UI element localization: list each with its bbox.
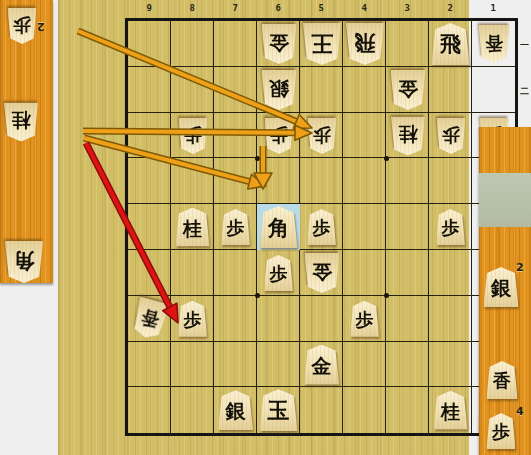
piece-sente-歩-66[interactable]: 歩	[264, 255, 293, 291]
piece-face: 金	[304, 253, 339, 293]
piece-face: 歩	[264, 255, 293, 291]
piece-face: 歩	[436, 209, 465, 245]
piece-gote-金-56[interactable]: 金	[304, 253, 339, 293]
square-99[interactable]	[128, 387, 171, 433]
piece-gote-金-61[interactable]: 金	[261, 24, 296, 64]
opponent-panel	[479, 173, 531, 227]
rank-label-1: 一	[520, 39, 529, 52]
square-37[interactable]	[386, 296, 429, 342]
piece-face: 玉	[260, 389, 298, 431]
piece-gote-hand-角[interactable]: 角	[5, 241, 43, 283]
star-point-2	[384, 156, 389, 161]
square-26[interactable]	[429, 250, 472, 296]
piece-kanji: 金	[312, 262, 332, 282]
file-label-7: 7	[233, 3, 238, 13]
square-59[interactable]	[300, 387, 343, 433]
file-label-4: 4	[362, 3, 367, 13]
square-91[interactable]	[128, 21, 171, 67]
piece-kanji: 歩	[492, 423, 510, 441]
square-28[interactable]	[429, 342, 472, 388]
piece-kanji: 玉	[268, 401, 290, 423]
piece-kanji: 王	[311, 32, 333, 54]
piece-kanji: 歩	[184, 311, 202, 329]
square-77[interactable]	[214, 296, 257, 342]
piece-face: 金	[261, 24, 296, 64]
star-point-3	[255, 293, 260, 298]
piece-kanji: 金	[312, 356, 332, 376]
piece-kanji: 銀	[491, 278, 511, 298]
square-88[interactable]	[171, 342, 214, 388]
piece-kanji: 歩	[442, 125, 460, 143]
piece-face: 歩	[307, 209, 336, 245]
piece-kanji: 歩	[270, 125, 288, 143]
piece-face: 銀	[261, 70, 296, 110]
piece-face: 桂	[176, 208, 210, 247]
piece-kanji: 歩	[313, 219, 331, 237]
piece-gote-歩-23[interactable]: 歩	[436, 118, 465, 154]
square-22[interactable]	[429, 67, 472, 113]
shogi-board-background: 987654321一二三四五六七八九金王飛香銀金歩歩歩桂歩歩金香飛桂歩角歩歩歩歩…	[58, 0, 469, 455]
piece-gote-金-32[interactable]: 金	[390, 70, 425, 110]
piece-face: 香	[487, 361, 518, 399]
square-54[interactable]	[300, 158, 343, 204]
piece-face: 桂	[4, 103, 38, 142]
piece-sente-飛-21[interactable]: 飛	[432, 23, 470, 65]
square-44[interactable]	[343, 158, 386, 204]
piece-sente-hand-歩[interactable]: 歩	[487, 413, 516, 449]
piece-sente-hand-香[interactable]: 香	[487, 361, 518, 399]
square-48[interactable]	[343, 342, 386, 388]
piece-sente-歩-55[interactable]: 歩	[307, 209, 336, 245]
piece-kanji: 歩	[356, 311, 374, 329]
file-label-2: 2	[448, 3, 453, 13]
piece-kanji: 香	[485, 34, 503, 52]
file-label-1: 1	[491, 3, 496, 13]
square-86[interactable]	[171, 250, 214, 296]
square-96[interactable]	[128, 250, 171, 296]
square-45[interactable]	[343, 204, 386, 250]
piece-kanji: 桂	[12, 111, 31, 130]
piece-face: 歩	[264, 118, 293, 154]
square-72[interactable]	[214, 67, 257, 113]
piece-kanji: 銀	[226, 401, 246, 421]
square-39[interactable]	[386, 387, 429, 433]
piece-face: 歩	[221, 209, 250, 245]
piece-kanji: 歩	[184, 125, 202, 143]
piece-kanji: 歩	[270, 265, 288, 283]
piece-sente-hand-銀[interactable]: 銀	[484, 267, 519, 307]
piece-face: 金	[304, 345, 339, 385]
square-42[interactable]	[343, 67, 386, 113]
piece-gote-香-11[interactable]: 香	[478, 25, 509, 63]
piece-gote-歩-53[interactable]: 歩	[307, 118, 336, 154]
shogi-app: { "game": "shogi", "position": "3gkr1Rl/…	[0, 0, 531, 455]
piece-face: 飛	[346, 23, 384, 65]
piece-face: 角	[260, 206, 298, 248]
piece-gote-桂-33[interactable]: 桂	[391, 116, 425, 155]
square-12[interactable]	[472, 67, 515, 113]
file-label-3: 3	[405, 3, 410, 13]
piece-face: 角	[5, 241, 43, 283]
piece-gote-hand-歩[interactable]: 歩	[8, 8, 37, 44]
square-36[interactable]	[386, 250, 429, 296]
file-label-5: 5	[319, 3, 324, 13]
piece-kanji: 金	[398, 78, 418, 98]
file-label-8: 8	[190, 3, 195, 13]
square-24[interactable]	[429, 158, 472, 204]
piece-kanji: 香	[493, 372, 511, 390]
piece-sente-金-58[interactable]: 金	[304, 345, 339, 385]
square-35[interactable]	[386, 204, 429, 250]
square-94[interactable]	[128, 158, 171, 204]
piece-face: 香	[478, 25, 509, 63]
piece-kanji: 桂	[441, 402, 460, 421]
piece-gote-銀-62[interactable]: 銀	[261, 70, 296, 110]
square-46[interactable]	[343, 250, 386, 296]
rank-label-2: 二	[520, 85, 529, 98]
square-84[interactable]	[171, 158, 214, 204]
piece-kanji: 飛	[440, 35, 461, 56]
square-89[interactable]	[171, 387, 214, 433]
piece-gote-飛-41[interactable]: 飛	[346, 23, 384, 65]
piece-sente-銀-79[interactable]: 銀	[218, 390, 253, 430]
square-82[interactable]	[171, 67, 214, 113]
star-point-4	[384, 293, 389, 298]
sente-hand-count-銀: 2	[516, 261, 524, 274]
piece-kanji: 銀	[269, 78, 289, 98]
square-93[interactable]	[128, 113, 171, 159]
piece-sente-歩-25[interactable]: 歩	[436, 209, 465, 245]
piece-face: 歩	[307, 118, 336, 154]
square-27[interactable]	[429, 296, 472, 342]
square-64[interactable]	[257, 158, 300, 204]
piece-face: 銀	[218, 390, 253, 430]
piece-gote-歩-83[interactable]: 歩	[178, 118, 207, 154]
piece-sente-歩-47[interactable]: 歩	[350, 301, 379, 337]
square-81[interactable]	[171, 21, 214, 67]
file-label-6: 6	[276, 3, 281, 13]
piece-sente-歩-75[interactable]: 歩	[221, 209, 250, 245]
square-73[interactable]	[214, 113, 257, 159]
gote-hand-count-歩: 2	[37, 20, 45, 33]
piece-kanji: 桂	[183, 219, 202, 238]
square-71[interactable]	[214, 21, 257, 67]
piece-face: 王	[303, 23, 341, 65]
piece-gote-hand-桂[interactable]: 桂	[4, 103, 38, 142]
piece-kanji: 桂	[398, 125, 417, 144]
piece-face: 銀	[484, 267, 519, 307]
piece-sente-歩-87[interactable]: 歩	[178, 301, 207, 337]
piece-gote-王-51[interactable]: 王	[303, 23, 341, 65]
square-31[interactable]	[386, 21, 429, 67]
piece-face: 桂	[434, 391, 468, 430]
square-68[interactable]	[257, 342, 300, 388]
piece-kanji: 歩	[13, 16, 31, 34]
piece-face: 歩	[178, 118, 207, 154]
square-92[interactable]	[128, 67, 171, 113]
piece-sente-桂-85[interactable]: 桂	[176, 208, 210, 247]
piece-kanji: 歩	[227, 219, 245, 237]
piece-face: 歩	[350, 301, 379, 337]
piece-face: 歩	[178, 301, 207, 337]
piece-face: 飛	[432, 23, 470, 65]
square-38[interactable]	[386, 342, 429, 388]
star-point-1	[255, 156, 260, 161]
square-98[interactable]	[128, 342, 171, 388]
piece-kanji: 飛	[354, 32, 375, 53]
piece-sente-玉-69[interactable]: 玉	[260, 389, 298, 431]
square-52[interactable]	[300, 67, 343, 113]
sente-hand-count-歩: 4	[516, 405, 524, 418]
piece-face: 歩	[436, 118, 465, 154]
piece-face: 歩	[487, 413, 516, 449]
piece-face: 歩	[8, 8, 37, 44]
square-49[interactable]	[343, 387, 386, 433]
square-57[interactable]	[300, 296, 343, 342]
piece-kanji: 角	[14, 250, 35, 271]
square-74[interactable]	[214, 158, 257, 204]
piece-gote-歩-63[interactable]: 歩	[264, 118, 293, 154]
piece-kanji: 歩	[442, 219, 460, 237]
piece-kanji: 金	[269, 33, 289, 53]
square-34[interactable]	[386, 158, 429, 204]
square-95[interactable]	[128, 204, 171, 250]
piece-sente-角-65[interactable]: 角	[260, 206, 298, 248]
piece-face: 桂	[391, 116, 425, 155]
square-43[interactable]	[343, 113, 386, 159]
square-67[interactable]	[257, 296, 300, 342]
piece-kanji: 香	[139, 307, 161, 329]
file-label-9: 9	[147, 3, 152, 13]
square-76[interactable]	[214, 250, 257, 296]
square-78[interactable]	[214, 342, 257, 388]
piece-face: 金	[390, 70, 425, 110]
piece-sente-桂-29[interactable]: 桂	[434, 391, 468, 430]
piece-kanji: 角	[268, 218, 289, 239]
piece-kanji: 歩	[313, 125, 331, 143]
